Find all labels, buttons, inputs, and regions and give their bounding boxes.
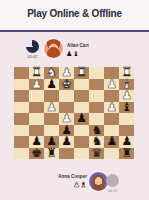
square-r4c2[interactable] — [29, 102, 44, 114]
top-player-avatar — [44, 39, 63, 58]
header-divider — [0, 30, 149, 32]
square-r8c1[interactable] — [14, 148, 29, 160]
top-player-captured-tray: ♟♝ — [66, 50, 80, 58]
square-r2c3[interactable]: ♟ — [44, 79, 59, 91]
square-r5c5[interactable]: ♟ — [74, 113, 89, 125]
square-r8c2[interactable]: ♚ — [29, 148, 44, 160]
piece-white-rook[interactable]: ♜ — [74, 67, 89, 79]
square-r8c5[interactable] — [74, 148, 89, 160]
page-title: Play Online & Offline — [0, 8, 149, 19]
square-r5c1[interactable] — [14, 113, 29, 125]
piece-black-pawn[interactable]: ♟ — [104, 136, 119, 148]
square-r7c1[interactable] — [14, 136, 29, 148]
captured-black-bishop-icon: ♝ — [73, 50, 80, 58]
piece-black-queen[interactable]: ♛ — [89, 148, 104, 160]
square-r1c6[interactable] — [89, 67, 104, 79]
square-r8c6[interactable]: ♛ — [89, 148, 104, 160]
piece-white-pawn[interactable]: ♟ — [44, 102, 59, 114]
piece-black-pawn[interactable]: ♟ — [74, 113, 89, 125]
square-r7c5[interactable] — [74, 136, 89, 148]
captured-black-pawn-icon: ♟ — [66, 50, 73, 58]
square-r2c6[interactable] — [89, 79, 104, 91]
chess-board[interactable]: ♜♞♟♜♜♟♟♚♟♝♟♟♟♝♟♟♟♞♟♟♟♞♟♟♚♜♛♜ — [14, 67, 134, 159]
bottom-player-clock-icon — [106, 174, 119, 187]
piece-white-pawn[interactable]: ♟ — [104, 102, 119, 114]
bottom-player-name: Anna Cooper — [58, 174, 87, 179]
bottom-player-time: 04:10 — [99, 188, 126, 193]
piece-black-pawn[interactable]: ♟ — [44, 79, 59, 91]
square-r2c2[interactable]: ♟ — [29, 79, 44, 91]
top-player-clock-icon — [26, 40, 39, 53]
square-r8c3[interactable]: ♜ — [44, 148, 59, 160]
piece-black-king[interactable]: ♚ — [29, 148, 44, 160]
chess-app-screen: Play Online & Offline 05:42 Allan Cart ♟… — [0, 0, 149, 200]
square-r4c6[interactable] — [89, 102, 104, 114]
piece-white-pawn[interactable]: ♟ — [29, 79, 44, 91]
piece-black-pawn[interactable]: ♟ — [59, 136, 74, 148]
square-r3c6[interactable] — [89, 90, 104, 102]
square-r8c8[interactable]: ♜ — [119, 148, 134, 160]
piece-black-bishop[interactable]: ♝ — [119, 102, 134, 114]
square-r1c1[interactable] — [14, 67, 29, 79]
bottom-player-captured-tray: ♟♝ — [73, 181, 87, 189]
piece-black-rook[interactable]: ♜ — [119, 148, 134, 160]
square-r2c5[interactable] — [74, 79, 89, 91]
square-r3c4[interactable] — [59, 90, 74, 102]
square-r7c4[interactable]: ♟ — [59, 136, 74, 148]
square-r1c5[interactable]: ♜ — [74, 67, 89, 79]
square-r2c1[interactable] — [14, 79, 29, 91]
square-r4c7[interactable]: ♟ — [104, 102, 119, 114]
square-r7c7[interactable]: ♟ — [104, 136, 119, 148]
square-r4c8[interactable]: ♝ — [119, 102, 134, 114]
square-r6c5[interactable] — [74, 125, 89, 137]
top-player-time: 05:42 — [19, 54, 46, 59]
square-r5c8[interactable] — [119, 113, 134, 125]
square-r5c3[interactable] — [44, 113, 59, 125]
square-r4c3[interactable]: ♟ — [44, 102, 59, 114]
square-r4c1[interactable] — [14, 102, 29, 114]
square-r8c4[interactable] — [59, 148, 74, 160]
square-r3c5[interactable] — [74, 90, 89, 102]
square-r5c7[interactable] — [104, 113, 119, 125]
square-r6c1[interactable] — [14, 125, 29, 137]
piece-black-rook[interactable]: ♜ — [44, 148, 59, 160]
square-r3c1[interactable] — [14, 90, 29, 102]
square-r5c2[interactable] — [29, 113, 44, 125]
piece-white-king[interactable]: ♚ — [59, 79, 74, 91]
square-r2c4[interactable]: ♚ — [59, 79, 74, 91]
captured-white-bishop-icon: ♝ — [80, 181, 87, 189]
square-r3c2[interactable] — [29, 90, 44, 102]
piece-white-pawn[interactable]: ♟ — [104, 79, 119, 91]
square-r2c7[interactable]: ♟ — [104, 79, 119, 91]
square-r8c7[interactable] — [104, 148, 119, 160]
top-player-name: Allan Cart — [67, 43, 89, 48]
